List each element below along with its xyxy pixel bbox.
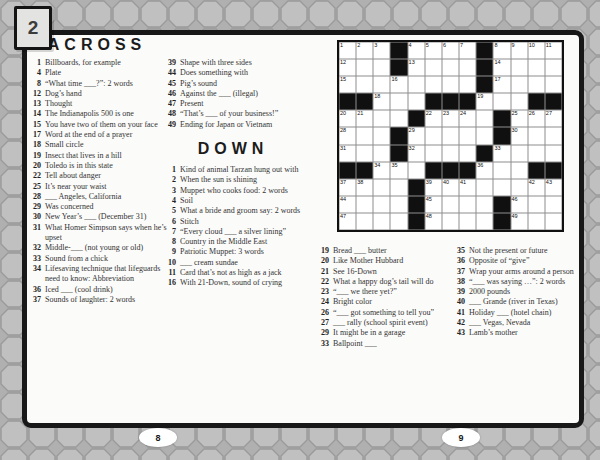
grid-cell[interactable]: 11: [545, 42, 562, 59]
grid-cell[interactable]: [459, 196, 476, 213]
cell-number: 46: [512, 196, 518, 203]
grid-cell[interactable]: [545, 145, 562, 162]
grid-cell[interactable]: 20: [339, 110, 356, 127]
clue-number: 44: [163, 68, 176, 78]
grid-cell[interactable]: 12: [339, 59, 356, 76]
cell-number: 32: [409, 145, 415, 152]
cell-number: 16: [391, 76, 397, 83]
clue-text: Billboards, for example: [45, 58, 170, 68]
cell-number: 37: [340, 179, 346, 186]
cell-number: 24: [460, 110, 466, 117]
page-number-right-value: 9: [458, 433, 463, 443]
crossword-grid: 1234567891011121314151617181920212223242…: [337, 40, 564, 232]
grid-cell[interactable]: 6: [442, 42, 459, 59]
clue-text: See 16-Down: [333, 267, 452, 277]
down-clue-36: 36Opposite of “give”: [452, 256, 586, 266]
clue-text: Lamb’s mother: [469, 328, 586, 338]
across-clue-44: 44Does something with: [163, 68, 303, 78]
grid-cell[interactable]: 27: [545, 110, 562, 127]
clue-text: What a bride and groom say: 2 words: [180, 206, 303, 216]
cell-number: 35: [391, 162, 397, 169]
grid-cell[interactable]: [390, 93, 407, 110]
black-cell: [390, 145, 407, 162]
grid-cell[interactable]: [511, 93, 528, 110]
down-clue-1: 1Kind of animal Tarzan hung out with: [163, 165, 303, 175]
black-cell: [545, 162, 562, 179]
down-clue-7: 7“Every cloud ___ a silver lining”: [163, 227, 303, 237]
down-clue-20: 20Like Mother Hubbard: [316, 256, 452, 266]
grid-cell[interactable]: [528, 127, 545, 144]
grid-cell[interactable]: 46: [511, 196, 528, 213]
grid-cell[interactable]: [493, 179, 510, 196]
clue-number: 3: [163, 186, 176, 196]
grid-cell[interactable]: 16: [390, 76, 407, 93]
clue-number: 42: [452, 318, 465, 328]
clue-text: Tell about danger: [45, 171, 170, 181]
clue-number: 38: [452, 277, 465, 287]
black-cell: [425, 93, 442, 110]
clue-text: Card that’s not as high as a jack: [180, 268, 303, 278]
clue-text: You have two of them on your face: [45, 120, 170, 130]
grid-cell[interactable]: 39: [425, 179, 442, 196]
clue-number: 36: [452, 256, 465, 266]
grid-cell[interactable]: 5: [425, 42, 442, 59]
grid-cell[interactable]: [476, 179, 493, 196]
cell-number: 42: [529, 179, 535, 186]
clue-text: ___ Angeles, California: [45, 192, 170, 202]
grid-cell[interactable]: [528, 76, 545, 93]
grid-cell[interactable]: [373, 196, 390, 213]
grid-cell[interactable]: 14: [493, 59, 510, 76]
grid-cell[interactable]: [442, 213, 459, 230]
cell-number: 2: [357, 42, 360, 49]
grid-cell[interactable]: 36: [476, 162, 493, 179]
across-clue-19: 19Insect that lives in a hill: [28, 151, 170, 161]
grid-cell[interactable]: [545, 213, 562, 230]
grid-cell[interactable]: 44: [339, 196, 356, 213]
black-cell: [459, 93, 476, 110]
grid-cell[interactable]: [356, 59, 373, 76]
cell-number: 27: [546, 110, 552, 117]
cell-number: 10: [529, 42, 535, 49]
grid-cell[interactable]: [356, 145, 373, 162]
grid-cell[interactable]: 41: [459, 179, 476, 196]
clue-number: 39: [163, 58, 176, 68]
grid-cell[interactable]: 15: [339, 76, 356, 93]
down-clue-21: 21See 16-Down: [316, 267, 452, 277]
down-clue-11: 11Card that’s not as high as a jack: [163, 268, 303, 278]
black-cell: [493, 127, 510, 144]
grid-cell[interactable]: 42: [528, 179, 545, 196]
grid-cell[interactable]: [459, 213, 476, 230]
grid-cell[interactable]: 3: [373, 42, 390, 59]
across-clue-36: 36Iced ___ (cool drink): [28, 285, 170, 295]
cell-number: 30: [512, 127, 518, 134]
cell-number: 1: [340, 42, 343, 49]
cell-number: 49: [512, 213, 518, 220]
across-clue-20: 20Toledo is in this state: [28, 161, 170, 171]
down-clue-5: 5What a bride and groom say: 2 words: [163, 206, 303, 216]
grid-cell[interactable]: [476, 213, 493, 230]
clue-text: New Year’s ___ (December 31): [45, 212, 170, 222]
clue-number: 22: [28, 171, 41, 181]
black-cell: [425, 162, 442, 179]
grid-cell[interactable]: 40: [442, 179, 459, 196]
cell-number: 36: [477, 162, 483, 169]
across-clue-47: 47Present: [163, 99, 303, 109]
clue-number: 17: [28, 130, 41, 140]
cell-number: 11: [546, 42, 552, 49]
clue-number: 24: [316, 297, 329, 307]
black-cell: [408, 110, 425, 127]
down-clue-40: 40___ Grande (river in Texas): [452, 297, 586, 307]
cell-number: 31: [340, 145, 346, 152]
grid-cell[interactable]: [390, 213, 407, 230]
black-cell: [476, 145, 493, 162]
clue-number: 10: [163, 258, 176, 268]
clue-text: ___ Grande (river in Texas): [469, 297, 586, 307]
grid-cell[interactable]: [373, 76, 390, 93]
clue-number: 45: [163, 79, 176, 89]
across-clue-33: 33Sound from a chick: [28, 254, 170, 264]
down-clue-43: 43Lamb’s mother: [452, 328, 586, 338]
cell-number: 48: [426, 213, 432, 220]
clue-number: 16: [163, 278, 176, 288]
grid-cell[interactable]: 38: [356, 179, 373, 196]
grid-cell[interactable]: 22: [425, 110, 442, 127]
grid-cell[interactable]: [442, 76, 459, 93]
black-cell: [356, 162, 373, 179]
grid-cell[interactable]: [493, 93, 510, 110]
clue-text: “___ we there yet?”: [333, 287, 452, 297]
black-cell: [528, 93, 545, 110]
grid-cell[interactable]: 2: [356, 42, 373, 59]
cell-number: 40: [443, 179, 449, 186]
clue-text: What Homer Simpson says when he’s upset: [45, 223, 170, 244]
clue-number: 23: [316, 287, 329, 297]
grid-cell[interactable]: [442, 145, 459, 162]
down-clue-42: 42___ Vegas, Nevada: [452, 318, 586, 328]
clue-number: 6: [163, 217, 176, 227]
clue-number: 46: [163, 89, 176, 99]
grid-cell[interactable]: 48: [425, 213, 442, 230]
grid-cell[interactable]: [511, 179, 528, 196]
black-cell: [339, 93, 356, 110]
black-cell: [390, 127, 407, 144]
clue-text: Ending for Japan or Vietnam: [180, 120, 303, 130]
grid-cell[interactable]: 49: [511, 213, 528, 230]
clue-number: 21: [316, 267, 329, 277]
across-clue-48: 48“That’s ___ of your business!”: [163, 109, 303, 119]
clue-number: 33: [28, 254, 41, 264]
clue-number: 20: [28, 161, 41, 171]
black-cell: [476, 59, 493, 76]
grid-cell[interactable]: [511, 145, 528, 162]
chapter-badge: 2: [14, 6, 52, 50]
grid-cell[interactable]: 8: [493, 42, 510, 59]
cell-number: 47: [340, 213, 346, 220]
clue-number: 43: [452, 328, 465, 338]
cell-number: 43: [546, 179, 552, 186]
cell-number: 39: [426, 179, 432, 186]
grid-cell[interactable]: 13: [408, 59, 425, 76]
down-clue-26: 26“___ got something to tell you”: [316, 308, 452, 318]
grid-cell[interactable]: 17: [493, 76, 510, 93]
black-cell: [339, 162, 356, 179]
black-cell: [476, 42, 493, 59]
clue-text: Sounds of laughter: 2 words: [45, 295, 170, 305]
page-number-left-value: 8: [155, 433, 160, 443]
grid-cell[interactable]: [545, 127, 562, 144]
clue-number: 11: [163, 268, 176, 278]
grid-cell[interactable]: 28: [339, 127, 356, 144]
page: { "game": "crossword", "position": { "ro…: [0, 0, 600, 460]
grid-cell[interactable]: 47: [339, 213, 356, 230]
black-cell: [545, 93, 562, 110]
grid-cell[interactable]: [476, 196, 493, 213]
down-clue-10: 10___ cream sundae: [163, 258, 303, 268]
clue-text: Pig’s sound: [180, 79, 303, 89]
clue-text: Opposite of “give”: [469, 256, 586, 266]
black-cell: [442, 162, 459, 179]
grid-cell[interactable]: 19: [476, 93, 493, 110]
grid-cell[interactable]: [459, 127, 476, 144]
clue-number: 37: [28, 295, 41, 305]
black-cell: [408, 179, 425, 196]
down-clue-29: 29It might be in a garage: [316, 328, 452, 338]
clue-number: 5: [163, 206, 176, 216]
cell-number: 41: [460, 179, 466, 186]
clue-number: 1: [163, 165, 176, 175]
grid-cell[interactable]: 9: [511, 42, 528, 59]
grid-cell[interactable]: [425, 76, 442, 93]
grid-cell[interactable]: 1: [339, 42, 356, 59]
grid-cell[interactable]: [356, 127, 373, 144]
grid-cell[interactable]: [390, 196, 407, 213]
grid-cell[interactable]: [356, 213, 373, 230]
grid-cell[interactable]: [373, 59, 390, 76]
grid-cell[interactable]: [528, 59, 545, 76]
clue-number: 7: [163, 227, 176, 237]
across-clue-45: 45Pig’s sound: [163, 79, 303, 89]
cell-number: 22: [426, 110, 432, 117]
clue-number: 12: [28, 89, 41, 99]
grid-cell[interactable]: 30: [511, 127, 528, 144]
down-clue-2: 2When the sun is shining: [163, 175, 303, 185]
grid-cell[interactable]: 10: [528, 42, 545, 59]
grid-cell[interactable]: [408, 76, 425, 93]
down-clue-24: 24Bright color: [316, 297, 452, 307]
clue-text: Insect that lives in a hill: [45, 151, 170, 161]
clue-text: Present: [180, 99, 303, 109]
cell-number: 21: [357, 110, 363, 117]
clue-text: Country in the Middle East: [180, 237, 303, 247]
grid-cell[interactable]: [545, 196, 562, 213]
grid-cell[interactable]: 29: [408, 127, 425, 144]
down-clue-16: 16With 21-Down, sound of crying: [163, 278, 303, 288]
grid-cell[interactable]: 24: [459, 110, 476, 127]
clue-text: ___ rally (school spirit event): [333, 318, 452, 328]
grid-cell[interactable]: [373, 110, 390, 127]
down-clue-22: 22What a happy dog’s tail will do: [316, 277, 452, 287]
clue-number: 39: [452, 287, 465, 297]
grid-cell[interactable]: [511, 162, 528, 179]
grid-cell[interactable]: 18: [373, 93, 390, 110]
down-clue-41: 41Holiday ___ (hotel chain): [452, 308, 586, 318]
down-clue-39: 392000 pounds: [452, 287, 586, 297]
clue-number: 37: [452, 267, 465, 277]
cell-number: 26: [529, 110, 535, 117]
grid-cell[interactable]: [373, 145, 390, 162]
across-clue-4: 4Plate: [28, 68, 170, 78]
clue-number: 31: [28, 223, 41, 244]
grid-cell[interactable]: [493, 162, 510, 179]
down-clue-23: 23“___ we there yet?”: [316, 287, 452, 297]
clue-text: With 21-Down, sound of crying: [180, 278, 303, 288]
clue-number: 32: [28, 243, 41, 253]
clue-text: Was concerned: [45, 202, 170, 212]
grid-cell[interactable]: [390, 179, 407, 196]
across-clues-column-2: 39Shape with three sides44Does something…: [163, 58, 303, 130]
clue-number: 9: [163, 247, 176, 257]
grid-cell[interactable]: [373, 179, 390, 196]
grid-cell[interactable]: [442, 196, 459, 213]
across-clue-30: 30New Year’s ___ (December 31): [28, 212, 170, 222]
grid-cell[interactable]: 32: [408, 145, 425, 162]
cell-number: 44: [340, 196, 346, 203]
grid-cell[interactable]: [356, 76, 373, 93]
grid-cell[interactable]: 21: [356, 110, 373, 127]
clue-text: What a happy dog’s tail will do: [333, 277, 452, 287]
clue-text: ___ cream sundae: [180, 258, 303, 268]
black-cell: [493, 213, 510, 230]
clue-text: “___ was saying …”: 2 words: [469, 277, 586, 287]
grid-cell[interactable]: 7: [459, 42, 476, 59]
grid-cell[interactable]: 43: [545, 179, 562, 196]
clue-text: “What time ___?”: 2 words: [45, 79, 170, 89]
grid-cell[interactable]: [390, 110, 407, 127]
cell-number: 29: [409, 127, 415, 134]
grid-cell[interactable]: [425, 59, 442, 76]
grid-cell[interactable]: [511, 76, 528, 93]
grid-cell[interactable]: [442, 59, 459, 76]
chapter-number: 2: [28, 17, 39, 39]
grid-cell[interactable]: 23: [442, 110, 459, 127]
grid-cell[interactable]: [356, 196, 373, 213]
grid-cell[interactable]: [459, 145, 476, 162]
grid-cell[interactable]: [408, 93, 425, 110]
black-cell: [476, 76, 493, 93]
grid-cell[interactable]: 31: [339, 145, 356, 162]
cell-number: 8: [494, 42, 497, 49]
grid-cell[interactable]: [545, 59, 562, 76]
clue-number: 25: [28, 182, 41, 192]
across-clue-32: 32Middle-___ (not young or old): [28, 243, 170, 253]
clue-text: Dog’s hand: [45, 89, 170, 99]
cell-number: 13: [409, 59, 415, 66]
clue-text: Thought: [45, 99, 170, 109]
grid-cell[interactable]: [442, 127, 459, 144]
clue-text: Kind of animal Tarzan hung out with: [180, 165, 303, 175]
grid-cell[interactable]: [528, 145, 545, 162]
grid-cell[interactable]: [373, 127, 390, 144]
across-clue-39: 39Shape with three sides: [163, 58, 303, 68]
down-heading: DOWN: [163, 140, 303, 158]
clue-text: Small circle: [45, 140, 170, 150]
clue-text: Middle-___ (not young or old): [45, 243, 170, 253]
clue-text: Iced ___ (cool drink): [45, 285, 170, 295]
page-number-left: 8: [139, 428, 177, 447]
across-clue-14: 14The Indianapolis 500 is one: [28, 109, 170, 119]
clue-text: Toledo is in this state: [45, 161, 170, 171]
down-clue-19: 19Bread ___ butter: [316, 246, 452, 256]
clue-number: 13: [28, 99, 41, 109]
across-clue-28: 28___ Angeles, California: [28, 192, 170, 202]
black-cell: [408, 213, 425, 230]
clue-number: 4: [28, 68, 41, 78]
grid-cell[interactable]: 35: [390, 162, 407, 179]
cell-number: 4: [409, 42, 412, 49]
grid-cell[interactable]: [373, 213, 390, 230]
across-clue-34: 34Lifesaving technique that lifeguards n…: [28, 264, 170, 285]
cell-number: 3: [374, 42, 377, 49]
clue-number: 14: [28, 109, 41, 119]
across-clue-17: 17Word at the end of a prayer: [28, 130, 170, 140]
cell-number: 18: [374, 93, 380, 100]
grid-cell[interactable]: 34: [373, 162, 390, 179]
grid-cell[interactable]: 33: [493, 145, 510, 162]
grid-cell[interactable]: [528, 196, 545, 213]
clue-text: Holiday ___ (hotel chain): [469, 308, 586, 318]
cell-number: 7: [460, 42, 463, 49]
clue-number: 48: [163, 109, 176, 119]
clue-number: 2: [163, 175, 176, 185]
grid-cell[interactable]: 25: [511, 110, 528, 127]
across-clue-13: 13Thought: [28, 99, 170, 109]
clue-number: 4: [163, 196, 176, 206]
grid-cell[interactable]: [425, 127, 442, 144]
grid-cell[interactable]: 37: [339, 179, 356, 196]
grid-cell[interactable]: [459, 59, 476, 76]
clue-number: 34: [28, 264, 41, 285]
grid-cell[interactable]: [545, 76, 562, 93]
clue-text: It might be in a garage: [333, 328, 452, 338]
clue-number: 8: [163, 237, 176, 247]
clue-text: Muppet who cooks food: 2 words: [180, 186, 303, 196]
grid-cell[interactable]: [528, 213, 545, 230]
clue-number: 8: [28, 79, 41, 89]
black-cell: [528, 162, 545, 179]
across-clue-22: 22Tell about danger: [28, 171, 170, 181]
black-cell: [390, 42, 407, 59]
grid-cell[interactable]: [476, 110, 493, 127]
grid-cell[interactable]: [511, 59, 528, 76]
grid-cell[interactable]: 45: [425, 196, 442, 213]
grid-cell[interactable]: 4: [408, 42, 425, 59]
cell-number: 15: [340, 76, 346, 83]
across-clue-15: 15You have two of them on your face: [28, 120, 170, 130]
cell-number: 45: [426, 196, 432, 203]
clue-number: 41: [452, 308, 465, 318]
clue-text: The Indianapolis 500 is one: [45, 109, 170, 119]
clue-number: 35: [452, 246, 465, 256]
clue-number: 33: [316, 339, 329, 349]
grid-cell[interactable]: 26: [528, 110, 545, 127]
grid-cell[interactable]: [476, 127, 493, 144]
grid-cell[interactable]: [459, 76, 476, 93]
grid-cell[interactable]: [408, 162, 425, 179]
grid-cell[interactable]: [425, 145, 442, 162]
